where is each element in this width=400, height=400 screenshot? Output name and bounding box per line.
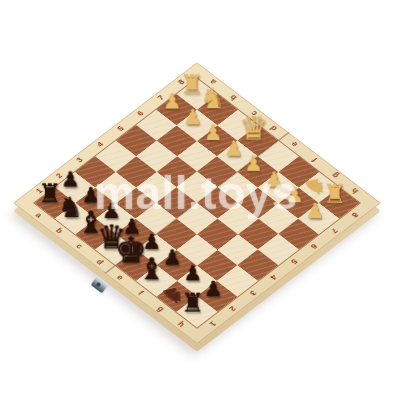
board-grid: ♜♞♝♛♚♝♞♜♟♟♟♟♟♟♟♟♟♟♟♟♟♟♟♟♜♞♝♛♚♝♞♜ — [34, 78, 359, 327]
dark-rook-h1[interactable]: ♜ — [169, 289, 217, 315]
chess-board: ♜♞♝♛♚♝♞♜♟♟♟♟♟♟♟♟♟♟♟♟♟♟♟♟♜♞♝♛♚♝♞♜ aabbccd… — [13, 62, 381, 344]
product-photo: ♜♞♝♛♚♝♞♜♟♟♟♟♟♟♟♟♟♟♟♟♟♟♟♟♜♞♝♛♚♝♞♜ aabbccd… — [0, 0, 400, 400]
light-pawn-h7[interactable]: ♟ — [291, 201, 339, 222]
dark-bishop-f1[interactable]: ♝ — [128, 254, 176, 284]
board-wrap: ♜♞♝♛♚♝♞♜♟♟♟♟♟♟♟♟♟♟♟♟♟♟♟♟♜♞♝♛♚♝♞♜ aabbccd… — [67, 73, 327, 333]
coord-label-lr-5: 5 — [278, 250, 309, 274]
